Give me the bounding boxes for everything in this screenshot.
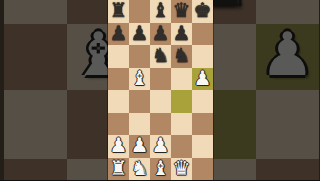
white-queen-icon: ♛	[173, 158, 191, 178]
white-pawn-icon: ♟	[131, 135, 149, 155]
square-e3	[256, 158, 319, 181]
square-a4	[4, 90, 67, 158]
square-b3[interactable]	[129, 113, 150, 136]
square-a6[interactable]	[108, 45, 129, 68]
black-queen-icon: ♛	[173, 0, 191, 20]
square-a7[interactable]: ♟	[108, 23, 129, 46]
square-a5[interactable]	[108, 68, 129, 91]
square-e3[interactable]	[192, 113, 213, 136]
square-c4[interactable]	[150, 90, 171, 113]
square-b4[interactable]	[129, 90, 150, 113]
square-a1[interactable]: ♜	[108, 158, 129, 181]
square-e4[interactable]	[192, 90, 213, 113]
black-knight-icon: ♞	[152, 45, 170, 65]
square-e8[interactable]: ♚	[192, 0, 213, 23]
chess-board: ♜♝♛♚♟♟♟♟♞♞♝♟♟♟♟♜♞♝♛	[108, 0, 213, 180]
square-a4[interactable]	[108, 90, 129, 113]
video-frame: ♜♝♛♚♟♟♟♟♞♞♝♟♟♟♟♜♞♝♛ ♜♝♛♚♟♟♟♟♞♞♝♟♟♟♟♜♞♝♛	[0, 0, 320, 180]
square-d1[interactable]: ♛	[171, 158, 192, 181]
square-e2[interactable]	[192, 135, 213, 158]
square-e7[interactable]	[192, 23, 213, 46]
square-d4[interactable]	[171, 90, 192, 113]
square-a2[interactable]: ♟	[108, 135, 129, 158]
square-d6[interactable]: ♞	[171, 45, 192, 68]
black-rook-icon: ♜	[110, 0, 128, 20]
square-d8[interactable]: ♛	[171, 0, 192, 23]
square-b6[interactable]	[129, 45, 150, 68]
square-d7[interactable]: ♟	[171, 23, 192, 46]
black-pawn-icon: ♟	[110, 23, 128, 43]
square-c5[interactable]	[150, 68, 171, 91]
black-bishop-icon: ♝	[152, 0, 170, 20]
square-e1[interactable]	[192, 158, 213, 181]
square-d5[interactable]	[171, 68, 192, 91]
square-d2[interactable]	[171, 135, 192, 158]
square-a3	[4, 158, 67, 181]
white-pawn-icon: ♟	[110, 135, 128, 155]
square-b5[interactable]: ♝	[129, 68, 150, 91]
black-pawn-icon: ♟	[173, 23, 191, 43]
square-a3[interactable]	[108, 113, 129, 136]
white-pawn-icon: ♟	[194, 68, 212, 88]
black-knight-icon: ♞	[173, 45, 191, 65]
white-pawn-icon: ♟	[152, 135, 170, 155]
white-knight-icon: ♞	[131, 158, 149, 178]
square-a5	[4, 23, 67, 91]
black-pawn-icon: ♟	[152, 23, 170, 43]
white-bishop-icon: ♝	[131, 68, 149, 88]
square-a8[interactable]: ♜	[108, 0, 129, 23]
square-c8[interactable]: ♝	[150, 0, 171, 23]
square-c7[interactable]: ♟	[150, 23, 171, 46]
square-c2[interactable]: ♟	[150, 135, 171, 158]
white-pawn-icon: ♟	[261, 23, 315, 83]
black-king-icon: ♚	[194, 0, 212, 20]
square-c3[interactable]	[150, 113, 171, 136]
square-e4	[256, 90, 319, 158]
square-c1[interactable]: ♝	[150, 158, 171, 181]
square-a6	[4, 0, 67, 23]
white-bishop-icon: ♝	[152, 158, 170, 178]
square-b1[interactable]: ♞	[129, 158, 150, 181]
square-e5[interactable]: ♟	[192, 68, 213, 91]
square-e6[interactable]	[192, 45, 213, 68]
square-b7[interactable]: ♟	[129, 23, 150, 46]
square-d3[interactable]	[171, 113, 192, 136]
square-b8[interactable]	[129, 0, 150, 23]
square-c6[interactable]: ♞	[150, 45, 171, 68]
white-rook-icon: ♜	[110, 158, 128, 178]
square-b2[interactable]: ♟	[129, 135, 150, 158]
square-e5: ♟	[256, 23, 319, 91]
black-pawn-icon: ♟	[131, 23, 149, 43]
